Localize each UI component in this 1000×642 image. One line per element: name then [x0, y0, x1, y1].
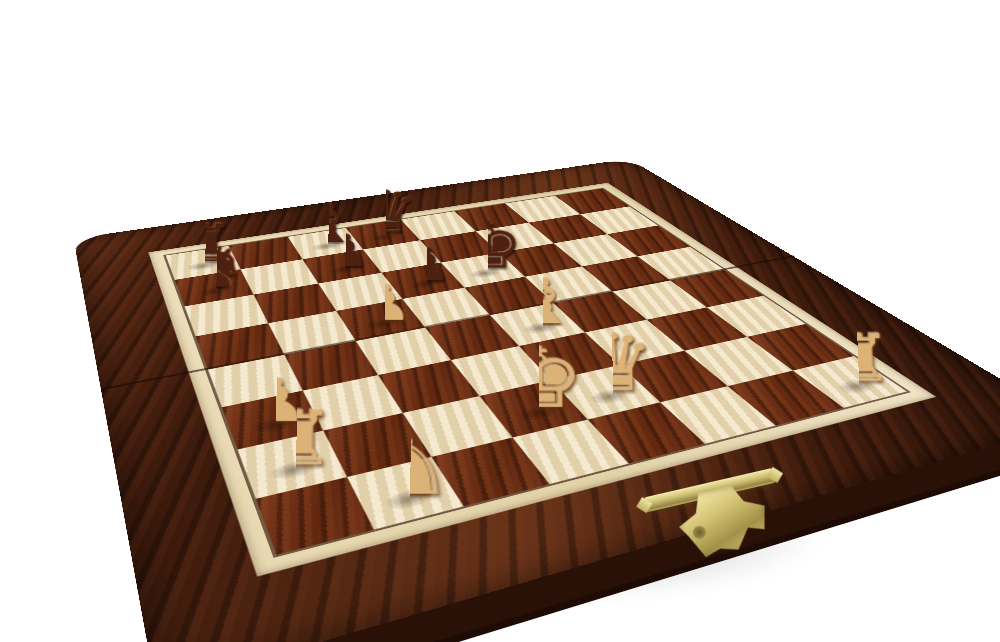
black-knight-glyph: ♞ [216, 243, 217, 293]
black-queen-glyph: ♛ [386, 187, 387, 239]
white-king-d2[interactable]: ♚ [479, 380, 588, 437]
white-knight-glyph: ♞ [410, 431, 411, 503]
white-rook-glyph: ♜ [295, 406, 296, 474]
black-pawn-glyph: ♟ [345, 231, 346, 271]
white-queen-glyph: ♛ [612, 328, 613, 399]
black-knight-a7[interactable]: ♞ [175, 269, 253, 306]
white-pawn-glyph: ♟ [384, 281, 385, 326]
white-rook-glyph: ♜ [858, 330, 860, 389]
chess-set-photo: ♜♝♛♞♟♟♚♟♝♟♜♞♚♛♜ [0, 0, 1000, 642]
